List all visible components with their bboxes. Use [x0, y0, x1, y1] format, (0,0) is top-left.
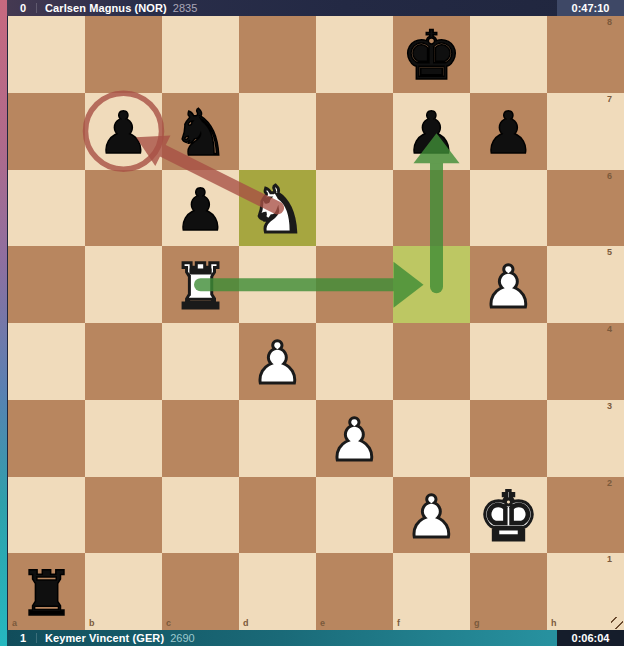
- square-d3[interactable]: [239, 400, 316, 477]
- square-b4[interactable]: [85, 323, 162, 400]
- square-h7[interactable]: [547, 93, 624, 170]
- square-c8[interactable]: [162, 16, 239, 93]
- square-c7[interactable]: ♞: [162, 93, 239, 170]
- square-f4[interactable]: [393, 323, 470, 400]
- piece-white-pawn-e3[interactable]: ♟: [329, 411, 381, 469]
- square-a4[interactable]: [8, 323, 85, 400]
- square-e8[interactable]: [316, 16, 393, 93]
- square-b1[interactable]: [85, 553, 162, 630]
- piece-white-pawn-d4[interactable]: ♟: [252, 334, 304, 392]
- square-f3[interactable]: [393, 400, 470, 477]
- bottom-player-rating: 2690: [170, 632, 194, 644]
- square-d1[interactable]: [239, 553, 316, 630]
- square-e7[interactable]: [316, 93, 393, 170]
- bottom-player-bar: 1 Keymer Vincent (GER) 2690 0:06:04: [0, 630, 624, 646]
- square-g8[interactable]: [470, 16, 547, 93]
- rank-label-2: 2: [607, 478, 612, 488]
- square-h8[interactable]: [547, 16, 624, 93]
- square-b7[interactable]: ♟: [85, 93, 162, 170]
- file-label-g: g: [474, 618, 480, 628]
- square-a1[interactable]: ♜: [8, 553, 85, 630]
- square-a2[interactable]: [8, 477, 85, 554]
- square-c5[interactable]: ♜: [162, 246, 239, 323]
- square-a7[interactable]: [8, 93, 85, 170]
- square-c6[interactable]: ♟: [162, 170, 239, 247]
- square-e3[interactable]: ♟: [316, 400, 393, 477]
- square-a6[interactable]: [8, 170, 85, 247]
- resize-grip-icon[interactable]: [611, 617, 623, 629]
- square-a3[interactable]: [8, 400, 85, 477]
- square-g4[interactable]: [470, 323, 547, 400]
- rank-label-6: 6: [607, 171, 612, 181]
- rank-label-5: 5: [607, 247, 612, 257]
- rank-label-8: 8: [607, 17, 612, 27]
- square-b8[interactable]: [85, 16, 162, 93]
- rank-label-7: 7: [607, 94, 612, 104]
- file-label-a: a: [12, 618, 17, 628]
- square-b3[interactable]: [85, 400, 162, 477]
- piece-white-pawn-f2[interactable]: ♟: [406, 488, 458, 546]
- square-g7[interactable]: ♟: [470, 93, 547, 170]
- square-d2[interactable]: [239, 477, 316, 554]
- file-label-b: b: [89, 618, 95, 628]
- square-h6[interactable]: [547, 170, 624, 247]
- file-label-e: e: [320, 618, 325, 628]
- rank-label-3: 3: [607, 401, 612, 411]
- top-player-name: Carlsen Magnus (NOR): [45, 2, 167, 14]
- top-player-bar: 0 Carlsen Magnus (NOR) 2835 0:47:10: [0, 0, 624, 16]
- square-h3[interactable]: [547, 400, 624, 477]
- square-h2[interactable]: [547, 477, 624, 554]
- square-c2[interactable]: [162, 477, 239, 554]
- square-d4[interactable]: ♟: [239, 323, 316, 400]
- bar-divider: [36, 633, 37, 643]
- piece-black-pawn-b7[interactable]: ♟: [98, 104, 150, 162]
- square-f5[interactable]: [393, 246, 470, 323]
- square-b2[interactable]: [85, 477, 162, 554]
- square-a8[interactable]: [8, 16, 85, 93]
- piece-black-pawn-g7[interactable]: ♟: [483, 104, 535, 162]
- piece-black-king-f8[interactable]: ♚: [401, 22, 462, 90]
- chess-board[interactable]: ♚♟♞♟♟♟♞♜♟♟♟♟♚♜87654321abcdefgh: [8, 16, 624, 630]
- square-g6[interactable]: [470, 170, 547, 247]
- square-d6[interactable]: ♞: [239, 170, 316, 247]
- square-d8[interactable]: [239, 16, 316, 93]
- square-d5[interactable]: [239, 246, 316, 323]
- square-b6[interactable]: [85, 170, 162, 247]
- bottom-player-name: Keymer Vincent (GER): [45, 632, 164, 644]
- piece-black-rook-a1[interactable]: ♜: [19, 563, 75, 625]
- square-h5[interactable]: [547, 246, 624, 323]
- square-e2[interactable]: [316, 477, 393, 554]
- square-f6[interactable]: [393, 170, 470, 247]
- square-g2[interactable]: ♚: [470, 477, 547, 554]
- square-g3[interactable]: [470, 400, 547, 477]
- square-h4[interactable]: [547, 323, 624, 400]
- top-player-clock: 0:47:10: [557, 0, 624, 16]
- square-e6[interactable]: [316, 170, 393, 247]
- piece-white-rook-c5[interactable]: ♜: [173, 256, 229, 318]
- rank-label-4: 4: [607, 324, 612, 334]
- square-e1[interactable]: [316, 553, 393, 630]
- bar-divider: [36, 3, 37, 13]
- square-g1[interactable]: [470, 553, 547, 630]
- square-f2[interactable]: ♟: [393, 477, 470, 554]
- square-f8[interactable]: ♚: [393, 16, 470, 93]
- square-a5[interactable]: [8, 246, 85, 323]
- square-e5[interactable]: [316, 246, 393, 323]
- piece-white-knight-d6[interactable]: ♞: [249, 178, 306, 242]
- square-b5[interactable]: [85, 246, 162, 323]
- piece-black-pawn-f7[interactable]: ♟: [406, 104, 458, 162]
- file-label-f: f: [397, 618, 400, 628]
- square-g5[interactable]: ♟: [470, 246, 547, 323]
- square-f7[interactable]: ♟: [393, 93, 470, 170]
- square-e4[interactable]: [316, 323, 393, 400]
- square-c1[interactable]: [162, 553, 239, 630]
- square-d7[interactable]: [239, 93, 316, 170]
- rank-label-1: 1: [607, 554, 612, 564]
- square-c4[interactable]: [162, 323, 239, 400]
- square-c3[interactable]: [162, 400, 239, 477]
- edge-gradient-strip: [0, 0, 7, 646]
- piece-black-pawn-c6[interactable]: ♟: [175, 181, 227, 239]
- piece-white-king-g2[interactable]: ♚: [478, 483, 539, 551]
- top-player-rating: 2835: [173, 2, 197, 14]
- bottom-player-clock: 0:06:04: [557, 630, 624, 646]
- file-label-c: c: [166, 618, 171, 628]
- file-label-d: d: [243, 618, 249, 628]
- chess-broadcast-window: 0 Carlsen Magnus (NOR) 2835 0:47:10 ♚♟♞♟…: [0, 0, 624, 646]
- piece-white-pawn-g5[interactable]: ♟: [483, 258, 535, 316]
- square-f1[interactable]: [393, 553, 470, 630]
- piece-black-knight-c7[interactable]: ♞: [172, 101, 229, 165]
- file-label-h: h: [551, 618, 557, 628]
